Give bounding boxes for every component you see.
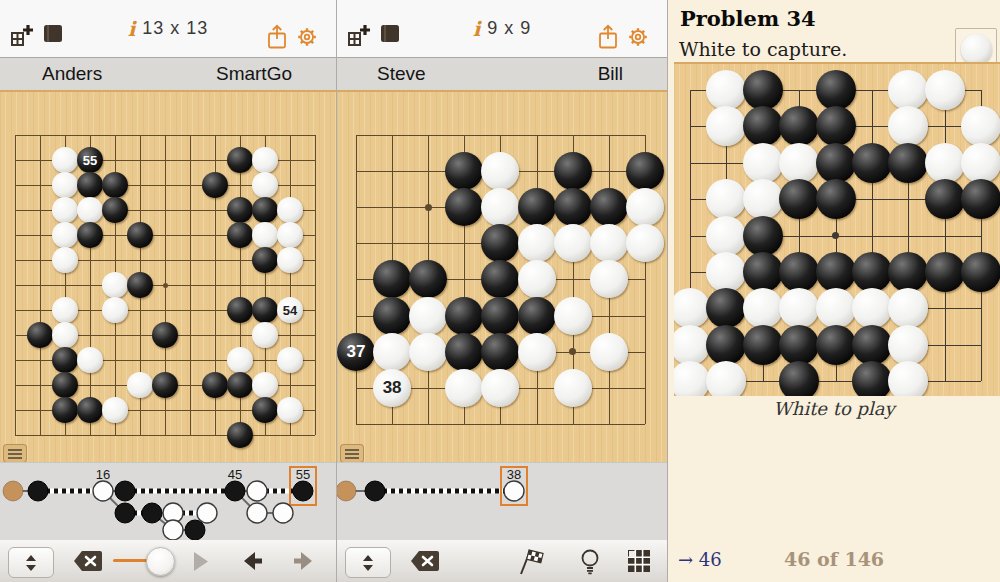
move-number-label: 38: [507, 467, 521, 482]
star-point: [832, 232, 839, 239]
stone-white[interactable]: [277, 397, 303, 423]
stone-black[interactable]: [852, 325, 892, 365]
grid-line: [315, 135, 316, 435]
stone-black[interactable]: [127, 222, 153, 248]
stone-white[interactable]: [590, 224, 628, 262]
smartgo-app: i 13 x 13 1 An: [0, 0, 1000, 582]
settings-gear-icon[interactable]: [294, 24, 320, 54]
tree-node-white[interactable]: [273, 503, 293, 523]
stone-white[interactable]: [925, 70, 965, 110]
stone-black[interactable]: [779, 106, 819, 146]
stone-white[interactable]: [102, 297, 128, 323]
white-player-name: Steve: [377, 63, 426, 85]
sort-updown-button[interactable]: [8, 547, 54, 578]
players-bar: 1 Anders SmartGo 1: [0, 58, 336, 92]
stone-black[interactable]: [127, 272, 153, 298]
stone-black[interactable]: [227, 372, 253, 398]
stone-black[interactable]: [779, 325, 819, 365]
stone-black[interactable]: [706, 325, 746, 365]
stone-black[interactable]: [743, 106, 783, 146]
stone-white[interactable]: [102, 272, 128, 298]
star-point: [163, 283, 168, 288]
stone-black[interactable]: [202, 372, 228, 398]
delete-move-button[interactable]: [73, 540, 103, 582]
tree-node-black[interactable]: [225, 481, 245, 501]
panel-problem: Problem 34 White to capture. White to pl…: [668, 0, 1000, 582]
stone-black[interactable]: [743, 216, 783, 256]
stone-black[interactable]: 37: [337, 333, 375, 371]
stone-black[interactable]: [481, 297, 519, 335]
stone-white[interactable]: [252, 372, 278, 398]
grid-line: [290, 135, 291, 435]
hint-bulb-icon[interactable]: [579, 540, 601, 582]
stone-black[interactable]: [554, 152, 592, 190]
stone-black[interactable]: [152, 322, 178, 348]
stone-white[interactable]: [816, 288, 856, 328]
share-icon[interactable]: [597, 24, 619, 54]
white-player-name: Anders: [42, 63, 102, 85]
stone-black[interactable]: [518, 188, 556, 226]
stone-white[interactable]: [409, 333, 447, 371]
stone-black[interactable]: [445, 152, 483, 190]
grid-line: [356, 424, 645, 425]
stone-white[interactable]: [481, 369, 519, 407]
stone-white[interactable]: [518, 333, 556, 371]
tree-node-black[interactable]: [185, 520, 205, 540]
stone-white[interactable]: [52, 247, 78, 273]
stone-black[interactable]: [816, 325, 856, 365]
stone-black[interactable]: [554, 188, 592, 226]
problem-counter: 46 of 146: [668, 548, 1000, 570]
black-player-name: Bill: [598, 63, 623, 85]
board-size-label: 9 x 9: [487, 18, 531, 39]
stone-black[interactable]: [816, 70, 856, 110]
stone-black[interactable]: [816, 252, 856, 292]
stone-black[interactable]: [626, 152, 664, 190]
stone-white[interactable]: [779, 143, 819, 183]
stone-white[interactable]: [77, 197, 103, 223]
stone-black[interactable]: [27, 322, 53, 348]
stone-white[interactable]: [961, 106, 1000, 146]
stone-white[interactable]: [52, 222, 78, 248]
stone-white[interactable]: 38: [373, 369, 411, 407]
stone-black[interactable]: [852, 361, 892, 396]
problem-instruction: White to capture.: [679, 38, 847, 60]
stone-black[interactable]: [227, 422, 253, 448]
stone-white[interactable]: [52, 172, 78, 198]
stone-white[interactable]: [277, 347, 303, 373]
info-icon: i: [473, 17, 481, 41]
star-point: [569, 348, 576, 355]
stone-white[interactable]: [888, 288, 928, 328]
tree-node-white[interactable]: [247, 503, 267, 523]
stone-white[interactable]: [481, 188, 519, 226]
stone-black[interactable]: [445, 333, 483, 371]
stone-white[interactable]: [590, 333, 628, 371]
stone-black[interactable]: [743, 70, 783, 110]
stone-white[interactable]: [102, 397, 128, 423]
stone-white[interactable]: [227, 347, 253, 373]
move-number-label: 45: [228, 467, 242, 482]
stone-white[interactable]: [706, 179, 746, 219]
stone-white[interactable]: [674, 288, 710, 328]
stone-white[interactable]: [626, 188, 664, 226]
stone-black[interactable]: [481, 224, 519, 262]
stone-white[interactable]: [706, 216, 746, 256]
panel-game-13x13: i 13 x 13 1 An: [0, 0, 337, 582]
stone-white[interactable]: [706, 106, 746, 146]
stone-black[interactable]: [102, 172, 128, 198]
stone-white[interactable]: [52, 197, 78, 223]
menu-handle-icon[interactable]: [340, 444, 364, 463]
board-size-label: 13 x 13: [142, 18, 208, 39]
stone-black[interactable]: [77, 222, 103, 248]
stone-black[interactable]: [202, 172, 228, 198]
stone-black[interactable]: [52, 372, 78, 398]
stone-white[interactable]: [409, 297, 447, 335]
stone-black[interactable]: [481, 333, 519, 371]
tree-node-black[interactable]: [365, 481, 385, 501]
stone-white[interactable]: [888, 325, 928, 365]
move-tree-bar[interactable]: 164555: [0, 462, 336, 542]
stone-black[interactable]: [779, 179, 819, 219]
stone-white[interactable]: [706, 361, 746, 396]
stone-black[interactable]: [227, 147, 253, 173]
tree-node-black[interactable]: [115, 481, 135, 501]
stone-white[interactable]: [888, 361, 928, 396]
stone-white[interactable]: [626, 224, 664, 262]
stone-black[interactable]: [52, 347, 78, 373]
problem-go-board[interactable]: [674, 62, 1000, 396]
bottom-toolbar: [337, 540, 667, 582]
tree-node-white[interactable]: [504, 481, 524, 501]
stone-white[interactable]: [743, 143, 783, 183]
stone-white[interactable]: [277, 197, 303, 223]
tree-node-white[interactable]: [197, 503, 217, 523]
white-stone-icon: [961, 34, 992, 65]
stone-white[interactable]: [706, 70, 746, 110]
header-bar: i 13 x 13: [0, 0, 336, 58]
bottom-toolbar: [0, 540, 336, 582]
stone-white[interactable]: [554, 297, 592, 335]
stone-white[interactable]: [252, 222, 278, 248]
stone-white[interactable]: [779, 288, 819, 328]
stone-black[interactable]: [52, 397, 78, 423]
stone-black[interactable]: [481, 260, 519, 298]
delete-move-button[interactable]: [410, 540, 440, 582]
stone-black[interactable]: [252, 397, 278, 423]
stone-black[interactable]: [102, 197, 128, 223]
stone-black[interactable]: [888, 143, 928, 183]
stone-black[interactable]: [816, 179, 856, 219]
stone-black[interactable]: [518, 297, 556, 335]
problem-title: Problem 34: [680, 6, 816, 31]
stone-black[interactable]: [925, 179, 965, 219]
stone-black[interactable]: [925, 252, 965, 292]
stone-black[interactable]: [373, 260, 411, 298]
tree-node-root[interactable]: [337, 481, 356, 501]
stone-white[interactable]: [252, 172, 278, 198]
stone-white[interactable]: [888, 70, 928, 110]
stone-white[interactable]: [925, 143, 965, 183]
go-board-9x9[interactable]: 3738: [337, 90, 667, 464]
stone-black[interactable]: [816, 106, 856, 146]
stone-black[interactable]: [743, 252, 783, 292]
stone-black[interactable]: [252, 297, 278, 323]
stone-white[interactable]: [961, 143, 1000, 183]
black-player-name: SmartGo: [216, 63, 292, 85]
tree-node-white[interactable]: [93, 481, 113, 501]
move-tree-bar[interactable]: 38: [337, 462, 667, 542]
stone-white[interactable]: [277, 247, 303, 273]
stone-white[interactable]: [127, 372, 153, 398]
stone-black[interactable]: [816, 143, 856, 183]
stone-white[interactable]: [445, 369, 483, 407]
stone-black[interactable]: [961, 252, 1000, 292]
stone-white[interactable]: [277, 222, 303, 248]
stone-black[interactable]: [373, 297, 411, 335]
stone-white[interactable]: 54: [277, 297, 303, 323]
stone-black[interactable]: [152, 372, 178, 398]
go-board-13x13[interactable]: 5554: [0, 90, 336, 464]
stone-white[interactable]: [743, 179, 783, 219]
stone-black[interactable]: [852, 143, 892, 183]
stone-white[interactable]: [77, 347, 103, 373]
menu-handle-icon[interactable]: [3, 444, 27, 463]
tree-node-black[interactable]: [115, 503, 135, 523]
stone-black[interactable]: 55: [77, 147, 103, 173]
settings-gear-icon[interactable]: [625, 24, 651, 54]
stone-black[interactable]: [252, 197, 278, 223]
stone-black[interactable]: [409, 260, 447, 298]
tree-node-root[interactable]: [3, 481, 23, 501]
stone-black[interactable]: [743, 325, 783, 365]
stone-black[interactable]: [252, 247, 278, 273]
stone-black[interactable]: [590, 188, 628, 226]
move-number-label: 16: [96, 467, 110, 482]
stone-white[interactable]: [554, 224, 592, 262]
tree-node-white[interactable]: [163, 520, 183, 540]
stone-white[interactable]: [554, 369, 592, 407]
stone-black[interactable]: [227, 197, 253, 223]
grid-line: [945, 90, 946, 381]
stone-black[interactable]: [706, 288, 746, 328]
stone-black[interactable]: [77, 172, 103, 198]
forward-button[interactable]: [293, 540, 313, 582]
stone-black[interactable]: [227, 297, 253, 323]
star-point: [425, 204, 432, 211]
stone-white[interactable]: [674, 361, 710, 396]
tree-node-white[interactable]: [247, 481, 267, 501]
tree-node-black[interactable]: [142, 503, 162, 523]
stone-black[interactable]: [445, 297, 483, 335]
stone-white[interactable]: [743, 288, 783, 328]
stone-white[interactable]: [518, 224, 556, 262]
panel-game-9x9: i 9 x 9 1 Steve Bill: [337, 0, 668, 582]
stone-black[interactable]: [227, 222, 253, 248]
stone-black[interactable]: [852, 252, 892, 292]
stone-black[interactable]: [779, 361, 819, 396]
stone-white[interactable]: [373, 333, 411, 371]
stone-white[interactable]: [52, 322, 78, 348]
stone-white[interactable]: [52, 147, 78, 173]
stone-white[interactable]: [674, 325, 710, 365]
stone-white[interactable]: [252, 147, 278, 173]
grid-line: [15, 435, 315, 436]
stone-black[interactable]: [77, 397, 103, 423]
board-grid-icon[interactable]: [627, 540, 651, 582]
stone-white[interactable]: [52, 297, 78, 323]
stone-black[interactable]: [888, 252, 928, 292]
stone-white[interactable]: [706, 252, 746, 292]
header-bar: i 9 x 9: [337, 0, 667, 58]
stone-black[interactable]: [445, 188, 483, 226]
speed-slider-knob[interactable]: [146, 547, 175, 576]
stone-white[interactable]: [252, 322, 278, 348]
stone-white[interactable]: [481, 152, 519, 190]
back-button[interactable]: [243, 540, 263, 582]
problem-caption: White to play: [668, 398, 1000, 419]
stone-white[interactable]: [852, 288, 892, 328]
stone-white[interactable]: [888, 106, 928, 146]
finish-flag-icon[interactable]: [517, 540, 545, 582]
play-button[interactable]: [193, 540, 209, 582]
info-icon: i: [128, 17, 136, 41]
stone-white[interactable]: [590, 260, 628, 298]
stone-black[interactable]: [961, 179, 1000, 219]
tree-node-black[interactable]: [293, 481, 313, 501]
share-icon[interactable]: [266, 24, 288, 54]
stone-black[interactable]: [779, 252, 819, 292]
sort-updown-button[interactable]: [345, 547, 391, 578]
grid-line: [190, 135, 191, 435]
players-bar: 1 Steve Bill: [337, 58, 667, 92]
tree-node-black[interactable]: [28, 481, 48, 501]
move-number-label: 55: [296, 467, 310, 482]
stone-white[interactable]: [518, 260, 556, 298]
